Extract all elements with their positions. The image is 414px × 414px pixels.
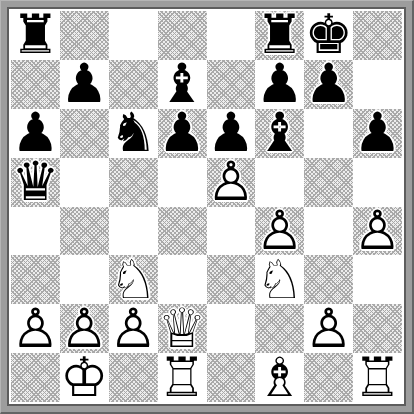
square-c8[interactable] xyxy=(109,11,158,60)
square-d3[interactable] xyxy=(158,255,207,304)
piece-white-pawn: ♙ xyxy=(304,304,353,353)
piece-white-pawn: ♙ xyxy=(11,304,60,353)
piece-black-pawn: ♟ xyxy=(11,109,60,158)
square-e8[interactable] xyxy=(207,11,256,60)
board-inner-edge: ♜♜♚♟♝♟♟♟♞♟♟♝♟♛♟♙♟♙♟♙♞♘♞♘♟♙♟♙♟♙♛♕♟♙♚♔♜♖♝♗… xyxy=(7,7,406,406)
piece-white-king: ♔ xyxy=(60,353,109,402)
square-h1[interactable]: ♜♖ xyxy=(353,353,402,402)
square-e6[interactable]: ♟ xyxy=(207,109,256,158)
piece-white-queen-fill: ♛ xyxy=(158,304,207,353)
square-h8[interactable] xyxy=(353,11,402,60)
piece-white-pawn-fill: ♟ xyxy=(304,304,353,353)
square-a2[interactable]: ♟♙ xyxy=(11,304,60,353)
square-d5[interactable] xyxy=(158,158,207,207)
square-b4[interactable] xyxy=(60,207,109,256)
piece-black-rook: ♜ xyxy=(255,11,304,60)
square-f8[interactable]: ♜ xyxy=(255,11,304,60)
square-h2[interactable] xyxy=(353,304,402,353)
chess-board: ♜♜♚♟♝♟♟♟♞♟♟♝♟♛♟♙♟♙♟♙♞♘♞♘♟♙♟♙♟♙♛♕♟♙♚♔♜♖♝♗… xyxy=(11,11,402,402)
piece-white-bishop: ♗ xyxy=(255,353,304,402)
piece-white-pawn-fill: ♟ xyxy=(353,207,402,256)
square-a3[interactable] xyxy=(11,255,60,304)
piece-white-pawn: ♙ xyxy=(353,207,402,256)
square-d7[interactable]: ♝ xyxy=(158,60,207,109)
square-d2[interactable]: ♛♕ xyxy=(158,304,207,353)
piece-black-bishop: ♝ xyxy=(158,60,207,109)
square-g4[interactable] xyxy=(304,207,353,256)
square-e2[interactable] xyxy=(207,304,256,353)
square-h7[interactable] xyxy=(353,60,402,109)
piece-white-pawn: ♙ xyxy=(207,158,256,207)
piece-black-pawn: ♟ xyxy=(353,109,402,158)
piece-black-pawn: ♟ xyxy=(158,109,207,158)
piece-white-pawn-fill: ♟ xyxy=(60,304,109,353)
piece-black-king: ♚ xyxy=(304,11,353,60)
piece-white-knight-fill: ♞ xyxy=(255,255,304,304)
piece-white-knight: ♘ xyxy=(255,255,304,304)
square-g2[interactable]: ♟♙ xyxy=(304,304,353,353)
square-d8[interactable] xyxy=(158,11,207,60)
square-b8[interactable] xyxy=(60,11,109,60)
square-g5[interactable] xyxy=(304,158,353,207)
piece-white-pawn-fill: ♟ xyxy=(207,158,256,207)
square-c7[interactable] xyxy=(109,60,158,109)
square-b2[interactable]: ♟♙ xyxy=(60,304,109,353)
square-a1[interactable] xyxy=(11,353,60,402)
piece-black-rook: ♜ xyxy=(11,11,60,60)
square-f3[interactable]: ♞♘ xyxy=(255,255,304,304)
piece-black-pawn: ♟ xyxy=(60,60,109,109)
square-e4[interactable] xyxy=(207,207,256,256)
piece-black-knight: ♞ xyxy=(109,109,158,158)
square-e5[interactable]: ♟♙ xyxy=(207,158,256,207)
square-f4[interactable]: ♟♙ xyxy=(255,207,304,256)
square-b7[interactable]: ♟ xyxy=(60,60,109,109)
square-h4[interactable]: ♟♙ xyxy=(353,207,402,256)
square-e3[interactable] xyxy=(207,255,256,304)
square-b6[interactable] xyxy=(60,109,109,158)
piece-white-rook-fill: ♜ xyxy=(353,353,402,402)
square-g8[interactable]: ♚ xyxy=(304,11,353,60)
square-b5[interactable] xyxy=(60,158,109,207)
piece-white-knight: ♘ xyxy=(109,255,158,304)
piece-white-pawn-fill: ♟ xyxy=(255,207,304,256)
piece-white-king-fill: ♚ xyxy=(60,353,109,402)
piece-white-rook: ♖ xyxy=(158,353,207,402)
square-c2[interactable]: ♟♙ xyxy=(109,304,158,353)
piece-black-queen: ♛ xyxy=(11,158,60,207)
square-g6[interactable] xyxy=(304,109,353,158)
piece-black-bishop: ♝ xyxy=(255,109,304,158)
square-e1[interactable] xyxy=(207,353,256,402)
square-g7[interactable]: ♟ xyxy=(304,60,353,109)
piece-black-pawn: ♟ xyxy=(304,60,353,109)
piece-black-pawn: ♟ xyxy=(207,109,256,158)
square-f6[interactable]: ♝ xyxy=(255,109,304,158)
square-g1[interactable] xyxy=(304,353,353,402)
square-a5[interactable]: ♛ xyxy=(11,158,60,207)
square-d6[interactable]: ♟ xyxy=(158,109,207,158)
square-d1[interactable]: ♜♖ xyxy=(158,353,207,402)
square-b3[interactable] xyxy=(60,255,109,304)
square-c1[interactable] xyxy=(109,353,158,402)
piece-white-bishop-fill: ♝ xyxy=(255,353,304,402)
board-frame: ♜♜♚♟♝♟♟♟♞♟♟♝♟♛♟♙♟♙♟♙♞♘♞♘♟♙♟♙♟♙♛♕♟♙♚♔♜♖♝♗… xyxy=(0,0,414,414)
square-c4[interactable] xyxy=(109,207,158,256)
square-b1[interactable]: ♚♔ xyxy=(60,353,109,402)
piece-white-rook-fill: ♜ xyxy=(158,353,207,402)
piece-white-pawn-fill: ♟ xyxy=(11,304,60,353)
square-c3[interactable]: ♞♘ xyxy=(109,255,158,304)
square-f1[interactable]: ♝♗ xyxy=(255,353,304,402)
square-f5[interactable] xyxy=(255,158,304,207)
square-a8[interactable]: ♜ xyxy=(11,11,60,60)
piece-black-pawn: ♟ xyxy=(255,60,304,109)
piece-white-pawn-fill: ♟ xyxy=(109,304,158,353)
piece-white-pawn: ♙ xyxy=(109,304,158,353)
piece-white-pawn: ♙ xyxy=(255,207,304,256)
piece-white-queen: ♕ xyxy=(158,304,207,353)
square-f7[interactable]: ♟ xyxy=(255,60,304,109)
square-g3[interactable] xyxy=(304,255,353,304)
square-a7[interactable] xyxy=(11,60,60,109)
square-h3[interactable] xyxy=(353,255,402,304)
square-c5[interactable] xyxy=(109,158,158,207)
square-a4[interactable] xyxy=(11,207,60,256)
square-e7[interactable] xyxy=(207,60,256,109)
square-f2[interactable] xyxy=(255,304,304,353)
square-c6[interactable]: ♞ xyxy=(109,109,158,158)
piece-white-pawn: ♙ xyxy=(60,304,109,353)
piece-white-knight-fill: ♞ xyxy=(109,255,158,304)
square-h6[interactable]: ♟ xyxy=(353,109,402,158)
piece-white-rook: ♖ xyxy=(353,353,402,402)
square-a6[interactable]: ♟ xyxy=(11,109,60,158)
square-d4[interactable] xyxy=(158,207,207,256)
square-h5[interactable] xyxy=(353,158,402,207)
